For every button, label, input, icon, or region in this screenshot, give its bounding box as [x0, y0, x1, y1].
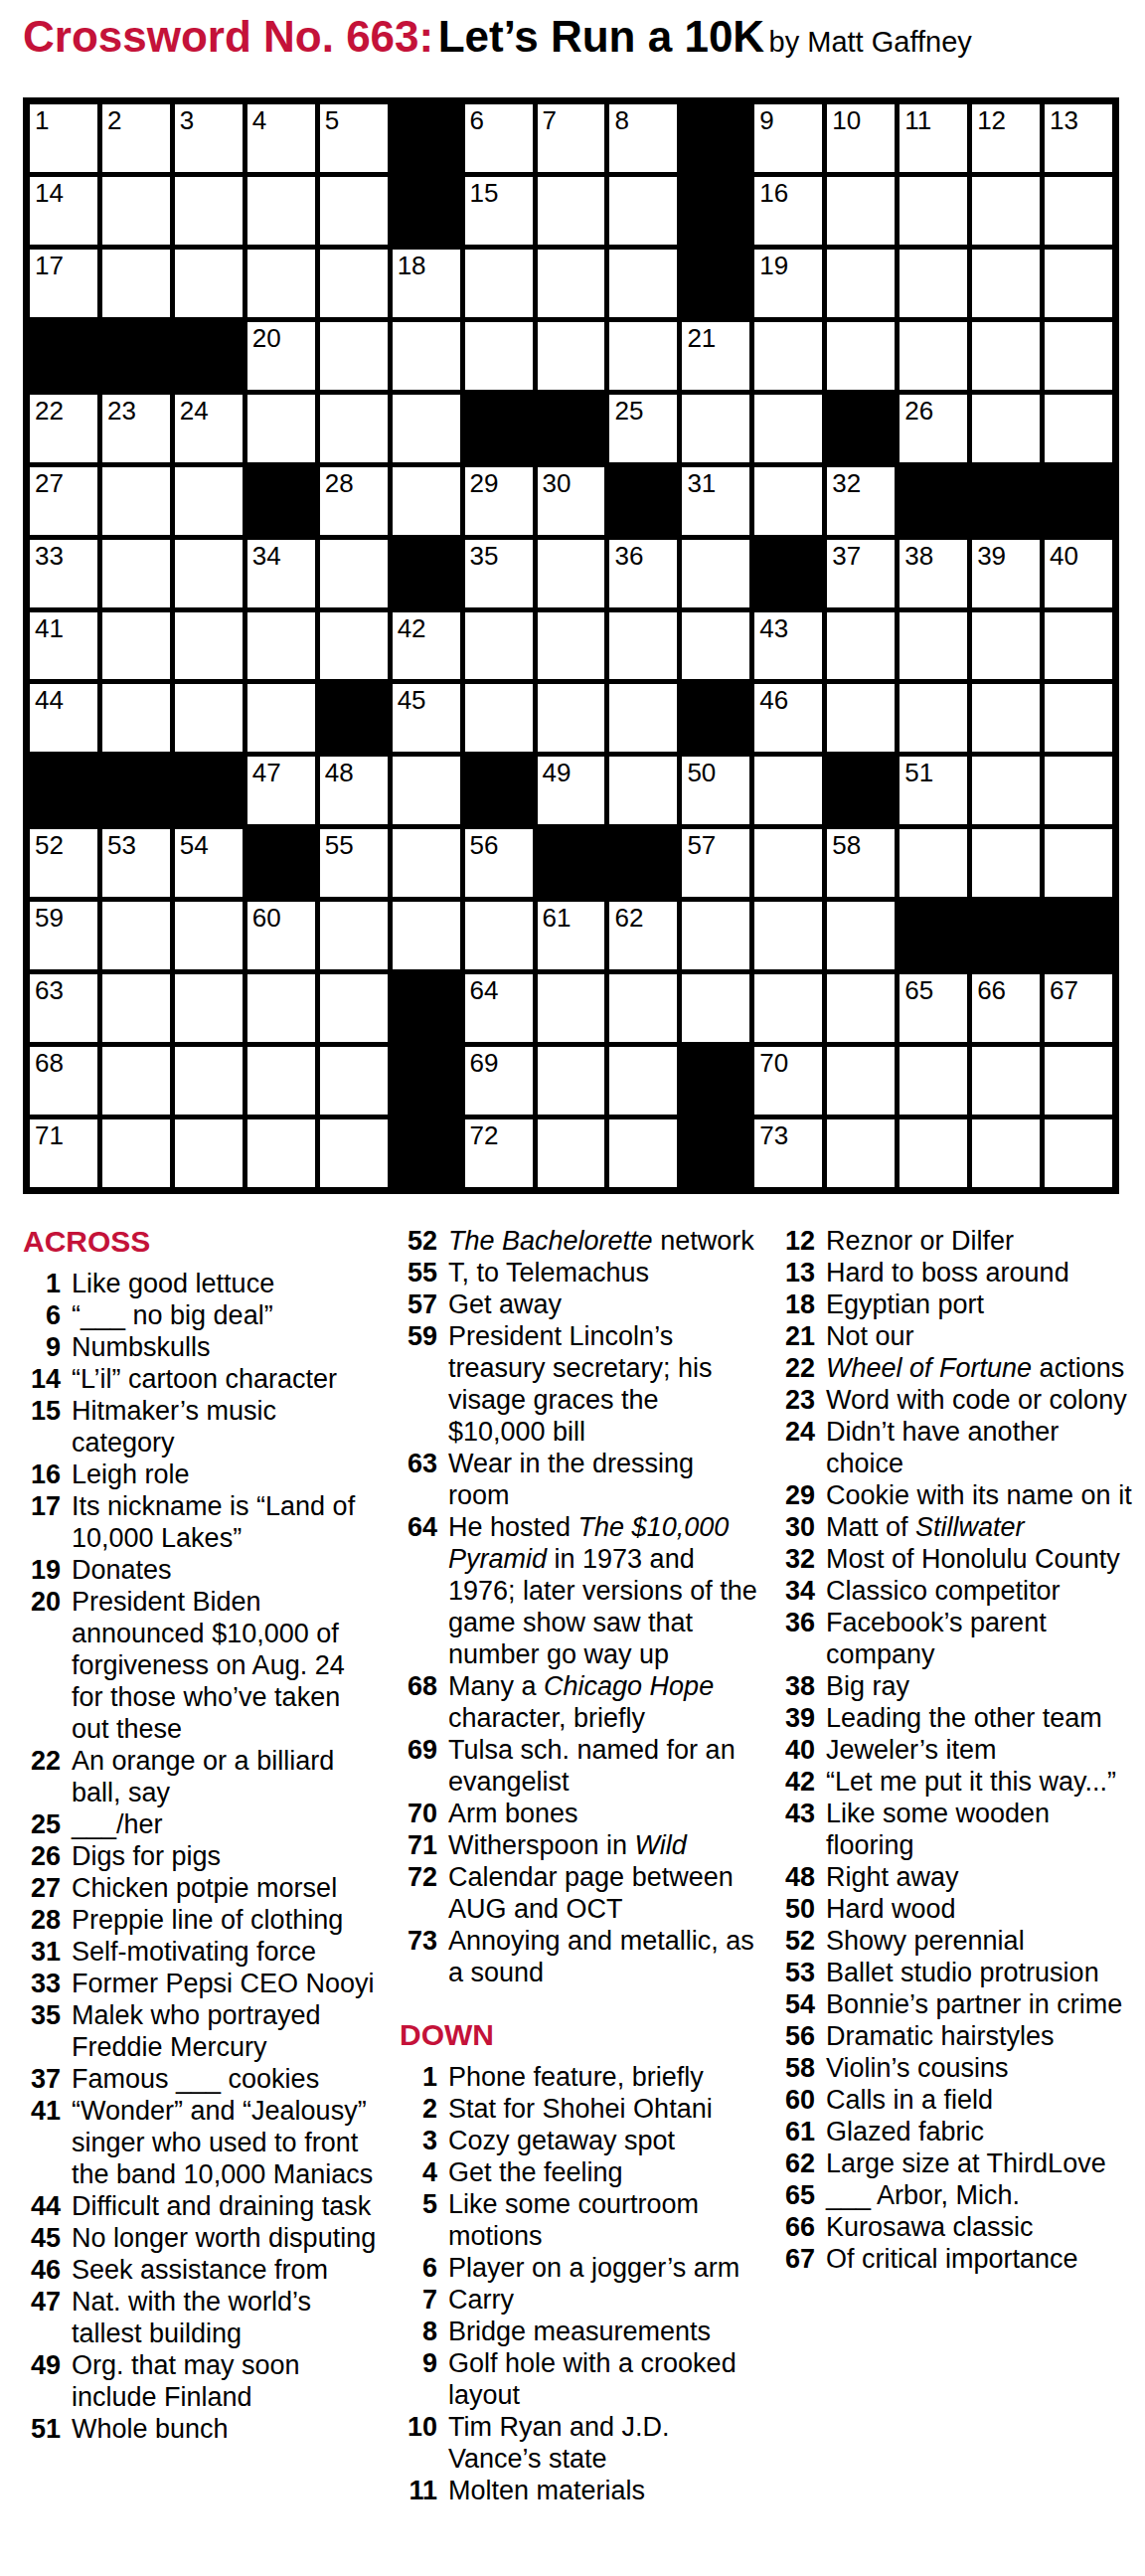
cell-number: 17 [35, 251, 64, 280]
grid-cell-r1c9[interactable]: 8 [609, 104, 677, 172]
clue-across-17: 17Its nickname is “Land of 10,000 Lakes” [23, 1490, 381, 1554]
grid-cell-r3c6[interactable]: 18 [393, 250, 460, 317]
clue-down-18: 18Egyptian port [777, 1288, 1135, 1320]
clue-down-42: 42“Let me put it this way...” [777, 1766, 1135, 1798]
clue-text: Like good lettuce [72, 1268, 381, 1299]
grid-cell-r15c11[interactable]: 73 [754, 1119, 822, 1187]
grid-cell-r3c8[interactable] [538, 250, 605, 317]
grid-cell-r9c11[interactable]: 46 [754, 684, 822, 752]
grid-cell-r11c2[interactable]: 53 [102, 829, 170, 897]
grid-cell-r10c15[interactable] [1045, 757, 1112, 824]
clue-number: 6 [400, 2252, 437, 2284]
grid-cell-r2c12[interactable] [827, 177, 895, 245]
grid-cell-r12c4[interactable]: 60 [247, 902, 315, 969]
grid-cell-r13c7[interactable]: 64 [465, 974, 533, 1042]
grid-cell-r15c5[interactable] [320, 1119, 388, 1187]
grid-cell-r11c5[interactable]: 55 [320, 829, 388, 897]
clue-number: 32 [777, 1543, 815, 1575]
clue-number: 49 [23, 2349, 61, 2413]
grid-cell-r2c1[interactable]: 14 [30, 177, 97, 245]
grid-cell-r13c4[interactable] [247, 974, 315, 1042]
black-cell-r15c10 [682, 1119, 749, 1187]
grid-cell-r4c8[interactable] [538, 322, 605, 390]
clue-number: 25 [23, 1808, 61, 1840]
grid-cell-r3c7[interactable] [465, 250, 533, 317]
cell-number: 31 [687, 468, 716, 498]
grid-cell-r11c13[interactable] [900, 829, 967, 897]
clue-down-24: 24Didn’t have another choice [777, 1416, 1135, 1479]
clue-text: Its nickname is “Land of 10,000 Lakes” [72, 1490, 381, 1554]
clue-across-47: 47Nat. with the world’s tallest building [23, 2286, 381, 2349]
grid-cell-r5c13[interactable]: 26 [900, 395, 967, 462]
grid-cell-r14c12[interactable] [827, 1047, 895, 1115]
clue-number: 29 [777, 1479, 815, 1511]
grid-cell-r13c5[interactable] [320, 974, 388, 1042]
grid-cell-r14c13[interactable] [900, 1047, 967, 1115]
clue-text: Witherspoon in Wild [448, 1829, 757, 1861]
grid-cell-r7c4[interactable]: 34 [247, 540, 315, 607]
grid-cell-r5c3[interactable]: 24 [175, 395, 243, 462]
cell-number: 38 [904, 541, 933, 571]
grid-cell-r3c2[interactable] [102, 250, 170, 317]
clue-number: 71 [400, 1829, 437, 1861]
grid-cell-r2c11[interactable]: 16 [754, 177, 822, 245]
grid-cell-r2c5[interactable] [320, 177, 388, 245]
grid-cell-r10c13[interactable]: 51 [900, 757, 967, 824]
clue-number: 73 [400, 1925, 437, 1988]
clue-text: Calendar page between AUG and OCT [448, 1861, 757, 1925]
grid-cell-r14c15[interactable] [1045, 1047, 1112, 1115]
black-cell-r2c6 [393, 177, 460, 245]
grid-cell-r9c8[interactable] [538, 684, 605, 752]
cell-number: 30 [543, 468, 572, 498]
grid-cell-r3c11[interactable]: 19 [754, 250, 822, 317]
grid-cell-r11c10[interactable]: 57 [682, 829, 749, 897]
black-cell-r14c10 [682, 1047, 749, 1115]
grid-cell-r14c11[interactable]: 70 [754, 1047, 822, 1115]
grid-cell-r4c6[interactable] [393, 322, 460, 390]
grid-cell-r4c10[interactable]: 21 [682, 322, 749, 390]
grid-cell-r1c2[interactable]: 2 [102, 104, 170, 172]
grid-cell-r11c3[interactable]: 54 [175, 829, 243, 897]
cell-number: 34 [252, 541, 281, 571]
grid-cell-r2c7[interactable]: 15 [465, 177, 533, 245]
grid-cell-r14c3[interactable] [175, 1047, 243, 1115]
grid-cell-r13c10[interactable] [682, 974, 749, 1042]
grid-cell-r12c8[interactable]: 61 [538, 902, 605, 969]
clue-down-30: 30Matt of Stillwater [777, 1511, 1135, 1543]
grid-cell-r7c10[interactable] [682, 540, 749, 607]
grid-cell-r13c13[interactable]: 65 [900, 974, 967, 1042]
grid-cell-r2c15[interactable] [1045, 177, 1112, 245]
grid-cell-r1c12[interactable]: 10 [827, 104, 895, 172]
cell-number: 26 [904, 396, 933, 426]
grid-cell-r2c9[interactable] [609, 177, 677, 245]
clue-text: Golf hole with a crooked layout [448, 2347, 757, 2411]
grid-cell-r3c1[interactable]: 17 [30, 250, 97, 317]
grid-cell-r10c4[interactable]: 47 [247, 757, 315, 824]
grid-cell-r9c13[interactable] [900, 684, 967, 752]
grid-cell-r5c11[interactable] [754, 395, 822, 462]
grid-cell-r5c1[interactable]: 22 [30, 395, 97, 462]
black-cell-r10c12 [827, 757, 895, 824]
grid-cell-r1c3[interactable]: 3 [175, 104, 243, 172]
clue-text: Word with code or colony [826, 1384, 1135, 1416]
clue-number: 59 [400, 1320, 437, 1448]
grid-cell-r8c11[interactable]: 43 [754, 612, 822, 680]
grid-cell-r1c5[interactable]: 5 [320, 104, 388, 172]
clue-number: 60 [777, 2084, 815, 2116]
grid-cell-r4c13[interactable] [900, 322, 967, 390]
clue-column-across: ACROSS1Like good lettuce6“___ no big dea… [23, 1225, 381, 2445]
cell-number: 18 [398, 251, 426, 280]
clue-down-60: 60Calls in a field [777, 2084, 1135, 2116]
cell-number: 15 [470, 178, 499, 208]
grid-cell-r3c4[interactable] [247, 250, 315, 317]
clue-text: Classico competitor [826, 1575, 1135, 1607]
clue-across-55: 55T, to Telemachus [400, 1257, 757, 1288]
grid-cell-r4c9[interactable] [609, 322, 677, 390]
grid-cell-r7c13[interactable]: 38 [900, 540, 967, 607]
grid-cell-r1c7[interactable]: 6 [465, 104, 533, 172]
black-cell-r6c9 [609, 467, 677, 535]
grid-cell-r4c12[interactable] [827, 322, 895, 390]
cell-number: 62 [614, 903, 643, 933]
grid-cell-r7c15[interactable]: 40 [1045, 540, 1112, 607]
grid-cell-r2c3[interactable] [175, 177, 243, 245]
clue-text: Carry [448, 2284, 757, 2316]
grid-cell-r5c10[interactable] [682, 395, 749, 462]
grid-cell-r4c11[interactable] [754, 322, 822, 390]
grid-cell-r14c5[interactable] [320, 1047, 388, 1115]
clue-across-33: 33Former Pepsi CEO Nooyi [23, 1968, 381, 1999]
black-cell-r12c15 [1045, 902, 1112, 969]
grid-cell-r13c1[interactable]: 63 [30, 974, 97, 1042]
grid-cell-r13c12[interactable] [827, 974, 895, 1042]
clue-across-49: 49Org. that may soon include Finland [23, 2349, 381, 2413]
grid-cell-r13c15[interactable]: 67 [1045, 974, 1112, 1042]
grid-cell-r12c12[interactable] [827, 902, 895, 969]
clue-down-66: 66Kurosawa classic [777, 2211, 1135, 2243]
clue-text: Calls in a field [826, 2084, 1135, 2116]
grid-cell-r13c14[interactable]: 66 [972, 974, 1040, 1042]
grid-cell-r6c10[interactable]: 31 [682, 467, 749, 535]
grid-cell-r9c1[interactable]: 44 [30, 684, 97, 752]
clue-across-15: 15Hitmaker’s music category [23, 1395, 381, 1459]
clue-number: 22 [23, 1745, 61, 1808]
grid-cell-r4c15[interactable] [1045, 322, 1112, 390]
grid-cell-r1c11[interactable]: 9 [754, 104, 822, 172]
grid-cell-r7c2[interactable] [102, 540, 170, 607]
grid-cell-r8c14[interactable] [972, 612, 1040, 680]
clue-down-29: 29Cookie with its name on it [777, 1479, 1135, 1511]
grid-cell-r10c14[interactable] [972, 757, 1040, 824]
grid-cell-r7c5[interactable] [320, 540, 388, 607]
grid-cell-r10c11[interactable] [754, 757, 822, 824]
grid-cell-r5c6[interactable] [393, 395, 460, 462]
clue-text: Phone feature, briefly [448, 2061, 757, 2093]
grid-cell-r15c14[interactable] [972, 1119, 1040, 1187]
grid-cell-r5c4[interactable] [247, 395, 315, 462]
grid-cell-r4c14[interactable] [972, 322, 1040, 390]
clue-text: He hosted The $10,000 Pyramid in 1973 an… [448, 1511, 757, 1670]
clue-number: 35 [23, 1999, 61, 2063]
cell-number: 36 [614, 541, 643, 571]
clue-text: Most of Honolulu County [826, 1543, 1135, 1575]
grid-cell-r15c1[interactable]: 71 [30, 1119, 97, 1187]
grid-cell-r8c1[interactable]: 41 [30, 612, 97, 680]
grid-cell-r15c4[interactable] [247, 1119, 315, 1187]
clue-number: 5 [400, 2188, 437, 2252]
grid-cell-r6c2[interactable] [102, 467, 170, 535]
grid-cell-r1c1[interactable]: 1 [30, 104, 97, 172]
grid-cell-r6c6[interactable] [393, 467, 460, 535]
grid-cell-r7c7[interactable]: 35 [465, 540, 533, 607]
grid-cell-r10c8[interactable]: 49 [538, 757, 605, 824]
grid-cell-r2c4[interactable] [247, 177, 315, 245]
clue-number: 8 [400, 2316, 437, 2347]
clue-number: 23 [777, 1384, 815, 1416]
grid-cell-r15c15[interactable] [1045, 1119, 1112, 1187]
clue-text: Egyptian port [826, 1288, 1135, 1320]
clue-down-61: 61Glazed fabric [777, 2116, 1135, 2147]
grid-cell-r4c7[interactable] [465, 322, 533, 390]
grid-cell-r12c10[interactable] [682, 902, 749, 969]
cell-number: 24 [180, 396, 209, 426]
grid-cell-r13c2[interactable] [102, 974, 170, 1042]
grid-cell-r14c4[interactable] [247, 1047, 315, 1115]
clue-text: Seek assistance from [72, 2254, 381, 2286]
grid-cell-r6c11[interactable] [754, 467, 822, 535]
grid-cell-r12c1[interactable]: 59 [30, 902, 97, 969]
grid-cell-r13c3[interactable] [175, 974, 243, 1042]
grid-cell-r9c14[interactable] [972, 684, 1040, 752]
black-cell-r6c4 [247, 467, 315, 535]
clue-across-26: 26Digs for pigs [23, 1840, 381, 1872]
clue-number: 37 [23, 2063, 61, 2095]
cell-number: 56 [470, 830, 499, 860]
grid-cell-r10c9[interactable] [609, 757, 677, 824]
grid-cell-r12c7[interactable] [465, 902, 533, 969]
clue-number: 11 [400, 2475, 437, 2506]
grid-cell-r1c13[interactable]: 11 [900, 104, 967, 172]
grid-cell-r9c4[interactable] [247, 684, 315, 752]
grid-cell-r10c5[interactable]: 48 [320, 757, 388, 824]
clue-number: 65 [777, 2179, 815, 2211]
grid-cell-r14c1[interactable]: 68 [30, 1047, 97, 1115]
grid-cell-r2c2[interactable] [102, 177, 170, 245]
clue-across-1: 1Like good lettuce [23, 1268, 381, 1299]
cell-number: 69 [470, 1048, 499, 1078]
grid-cell-r3c12[interactable] [827, 250, 895, 317]
cell-number: 1 [35, 105, 49, 135]
grid-cell-r8c5[interactable] [320, 612, 388, 680]
grid-cell-r11c6[interactable] [393, 829, 460, 897]
clue-across-28: 28Preppie line of clothing [23, 1904, 381, 1936]
title-label: Crossword No. 663: [23, 12, 433, 61]
clue-text: ___/her [72, 1808, 381, 1840]
grid-cell-r1c8[interactable]: 7 [538, 104, 605, 172]
grid-cell-r2c8[interactable] [538, 177, 605, 245]
grid-cell-r5c14[interactable] [972, 395, 1040, 462]
grid-cell-r15c13[interactable] [900, 1119, 967, 1187]
grid-cell-r1c15[interactable]: 13 [1045, 104, 1112, 172]
grid-cell-r4c5[interactable] [320, 322, 388, 390]
grid-cell-r11c12[interactable]: 58 [827, 829, 895, 897]
grid-cell-r8c6[interactable]: 42 [393, 612, 460, 680]
grid-cell-r7c12[interactable]: 37 [827, 540, 895, 607]
clue-text: Digs for pigs [72, 1840, 381, 1872]
grid-cell-r5c9[interactable]: 25 [609, 395, 677, 462]
black-cell-r5c8 [538, 395, 605, 462]
clue-text: Numbskulls [72, 1331, 381, 1363]
grid-cell-r7c9[interactable]: 36 [609, 540, 677, 607]
grid-cell-r7c3[interactable] [175, 540, 243, 607]
grid-cell-r8c9[interactable] [609, 612, 677, 680]
grid-cell-r7c14[interactable]: 39 [972, 540, 1040, 607]
cell-number: 48 [325, 758, 354, 787]
grid-cell-r15c3[interactable] [175, 1119, 243, 1187]
grid-cell-r8c8[interactable] [538, 612, 605, 680]
clue-across-70: 70Arm bones [400, 1798, 757, 1829]
clue-text: Hitmaker’s music category [72, 1395, 381, 1459]
cell-number: 8 [614, 105, 628, 135]
clue-number: 38 [777, 1670, 815, 1702]
grid-cell-r3c9[interactable] [609, 250, 677, 317]
grid-cell-r4c4[interactable]: 20 [247, 322, 315, 390]
clue-number: 68 [400, 1670, 437, 1734]
grid-cell-r9c15[interactable] [1045, 684, 1112, 752]
clue-number: 63 [400, 1448, 437, 1511]
grid-cell-r9c9[interactable] [609, 684, 677, 752]
grid-cell-r15c7[interactable]: 72 [465, 1119, 533, 1187]
grid-cell-r11c15[interactable] [1045, 829, 1112, 897]
grid-cell-r6c3[interactable] [175, 467, 243, 535]
grid-cell-r11c7[interactable]: 56 [465, 829, 533, 897]
cell-number: 10 [832, 105, 861, 135]
grid-cell-r5c15[interactable] [1045, 395, 1112, 462]
grid-cell-r8c12[interactable] [827, 612, 895, 680]
grid-cell-r8c3[interactable] [175, 612, 243, 680]
clue-down-36: 36Facebook’s parent company [777, 1607, 1135, 1670]
cell-number: 22 [35, 396, 64, 426]
grid-cell-r12c6[interactable] [393, 902, 460, 969]
grid-cell-r2c13[interactable] [900, 177, 967, 245]
grid-cell-r7c8[interactable] [538, 540, 605, 607]
clue-across-63: 63Wear in the dressing room [400, 1448, 757, 1511]
grid-cell-r6c12[interactable]: 32 [827, 467, 895, 535]
grid-cell-r3c14[interactable] [972, 250, 1040, 317]
grid-cell-r14c9[interactable] [609, 1047, 677, 1115]
clue-down-38: 38Big ray [777, 1670, 1135, 1702]
grid-cell-r14c14[interactable] [972, 1047, 1040, 1115]
grid-cell-r9c2[interactable] [102, 684, 170, 752]
grid-cell-r14c7[interactable]: 69 [465, 1047, 533, 1115]
clue-text: No longer worth disputing [72, 2222, 381, 2254]
grid-cell-r12c11[interactable] [754, 902, 822, 969]
clue-number: 22 [777, 1352, 815, 1384]
clue-text: Dramatic hairstyles [826, 2020, 1135, 2052]
grid-cell-r8c2[interactable] [102, 612, 170, 680]
grid-cell-r15c12[interactable] [827, 1119, 895, 1187]
grid-cell-r6c8[interactable]: 30 [538, 467, 605, 535]
clue-down-5: 5Like some courtroom motions [400, 2188, 757, 2252]
clue-text: Didn’t have another choice [826, 1416, 1135, 1479]
clue-text: Glazed fabric [826, 2116, 1135, 2147]
grid-cell-r12c9[interactable]: 62 [609, 902, 677, 969]
grid-cell-r8c7[interactable] [465, 612, 533, 680]
grid-cell-r14c8[interactable] [538, 1047, 605, 1115]
grid-cell-r11c14[interactable] [972, 829, 1040, 897]
grid-cell-r10c6[interactable] [393, 757, 460, 824]
grid-cell-r1c4[interactable]: 4 [247, 104, 315, 172]
grid-cell-r13c11[interactable] [754, 974, 822, 1042]
grid-cell-r5c5[interactable] [320, 395, 388, 462]
grid-cell-r15c8[interactable] [538, 1119, 605, 1187]
grid-cell-r8c4[interactable] [247, 612, 315, 680]
grid-cell-r9c3[interactable] [175, 684, 243, 752]
grid-cell-r6c5[interactable]: 28 [320, 467, 388, 535]
grid-cell-r15c9[interactable] [609, 1119, 677, 1187]
grid-cell-r13c8[interactable] [538, 974, 605, 1042]
clue-text: “Let me put it this way...” [826, 1766, 1135, 1798]
grid-cell-r8c10[interactable] [682, 612, 749, 680]
clue-text: Annoying and metallic, as a sound [448, 1925, 757, 1988]
clue-number: 52 [777, 1925, 815, 1957]
grid-cell-r14c2[interactable] [102, 1047, 170, 1115]
cell-number: 12 [977, 105, 1006, 135]
clue-text: Malek who portrayed Freddie Mercury [72, 1999, 381, 2063]
clue-across-37: 37Famous ___ cookies [23, 2063, 381, 2095]
grid-cell-r3c13[interactable] [900, 250, 967, 317]
grid-cell-r6c7[interactable]: 29 [465, 467, 533, 535]
clue-number: 61 [777, 2116, 815, 2147]
clue-number: 10 [400, 2411, 437, 2475]
cell-number: 45 [398, 685, 426, 715]
grid-cell-r11c1[interactable]: 52 [30, 829, 97, 897]
grid-cell-r1c14[interactable]: 12 [972, 104, 1040, 172]
grid-cell-r3c3[interactable] [175, 250, 243, 317]
clue-down-54: 54Bonnie’s partner in crime [777, 1988, 1135, 2020]
grid-cell-r12c2[interactable] [102, 902, 170, 969]
cell-number: 2 [107, 105, 121, 135]
grid-cell-r8c15[interactable] [1045, 612, 1112, 680]
cell-number: 53 [107, 830, 136, 860]
grid-cell-r2c14[interactable] [972, 177, 1040, 245]
grid-cell-r9c7[interactable] [465, 684, 533, 752]
grid-cell-r10c10[interactable]: 50 [682, 757, 749, 824]
grid-cell-r15c2[interactable] [102, 1119, 170, 1187]
grid-cell-r9c12[interactable] [827, 684, 895, 752]
grid-cell-r3c15[interactable] [1045, 250, 1112, 317]
grid-cell-r12c3[interactable] [175, 902, 243, 969]
clue-text: ___ Arbor, Mich. [826, 2179, 1135, 2211]
grid-cell-r6c1[interactable]: 27 [30, 467, 97, 535]
cell-number: 28 [325, 468, 354, 498]
grid-cell-r5c2[interactable]: 23 [102, 395, 170, 462]
grid-cell-r9c6[interactable]: 45 [393, 684, 460, 752]
cell-number: 37 [832, 541, 861, 571]
grid-cell-r3c5[interactable] [320, 250, 388, 317]
grid-cell-r11c11[interactable] [754, 829, 822, 897]
grid-cell-r12c5[interactable] [320, 902, 388, 969]
grid-cell-r7c1[interactable]: 33 [30, 540, 97, 607]
clue-text: Hard wood [826, 1893, 1135, 1925]
clue-down-52: 52Showy perennial [777, 1925, 1135, 1957]
grid-cell-r8c13[interactable] [900, 612, 967, 680]
clue-number: 26 [23, 1840, 61, 1872]
grid-cell-r13c9[interactable] [609, 974, 677, 1042]
